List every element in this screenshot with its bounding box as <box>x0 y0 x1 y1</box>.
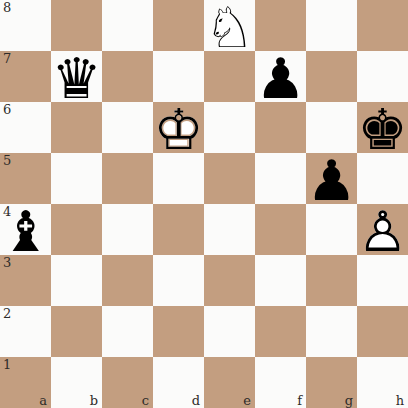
square-e1[interactable]: e <box>204 357 255 408</box>
square-h1[interactable]: h <box>357 357 408 408</box>
square-d8[interactable] <box>153 0 204 51</box>
piece-white-pawn[interactable]: ♟♙ <box>357 204 408 255</box>
square-g3[interactable] <box>306 255 357 306</box>
square-g7[interactable] <box>306 51 357 102</box>
square-d7[interactable] <box>153 51 204 102</box>
square-g4[interactable] <box>306 204 357 255</box>
square-b3[interactable] <box>51 255 102 306</box>
square-a5[interactable]: 5 <box>0 153 51 204</box>
file-label-f: f <box>297 393 302 408</box>
file-label-b: b <box>90 393 98 408</box>
square-f8[interactable] <box>255 0 306 51</box>
black-queen-icon: ♛ <box>51 51 101 107</box>
square-e6[interactable] <box>204 102 255 153</box>
rank-label-2: 2 <box>3 306 11 322</box>
white-king-icon: ♔ <box>153 102 203 158</box>
square-g2[interactable] <box>306 306 357 357</box>
square-f1[interactable]: f <box>255 357 306 408</box>
square-h7[interactable] <box>357 51 408 102</box>
square-b8[interactable] <box>51 0 102 51</box>
square-c3[interactable] <box>102 255 153 306</box>
square-g1[interactable]: g <box>306 357 357 408</box>
chess-board: 8♞♘7♛♟6♚♔♚5♟4♝♟♙321abcdefgh <box>0 0 408 408</box>
square-e8[interactable]: ♞♘ <box>204 0 255 51</box>
rank-label-8: 8 <box>3 0 11 16</box>
square-e5[interactable] <box>204 153 255 204</box>
square-e2[interactable] <box>204 306 255 357</box>
square-h5[interactable] <box>357 153 408 204</box>
piece-black-pawn[interactable]: ♟ <box>255 51 306 102</box>
white-knight-icon: ♘ <box>204 0 254 56</box>
square-h4[interactable]: ♟♙ <box>357 204 408 255</box>
square-a8[interactable]: 8 <box>0 0 51 51</box>
square-b1[interactable]: b <box>51 357 102 408</box>
file-label-c: c <box>142 393 149 408</box>
black-bishop-icon: ♝ <box>0 204 50 260</box>
piece-white-king[interactable]: ♚♔ <box>153 102 204 153</box>
square-c5[interactable] <box>102 153 153 204</box>
square-f6[interactable] <box>255 102 306 153</box>
rank-label-7: 7 <box>3 51 11 67</box>
square-d3[interactable] <box>153 255 204 306</box>
file-label-e: e <box>243 393 251 408</box>
square-b2[interactable] <box>51 306 102 357</box>
square-a1[interactable]: 1a <box>0 357 51 408</box>
square-f2[interactable] <box>255 306 306 357</box>
black-pawn-icon: ♟ <box>255 51 305 107</box>
square-h8[interactable] <box>357 0 408 51</box>
rank-label-1: 1 <box>3 357 11 373</box>
white-pawn-icon: ♙ <box>357 204 407 260</box>
square-d4[interactable] <box>153 204 204 255</box>
square-b5[interactable] <box>51 153 102 204</box>
square-h2[interactable] <box>357 306 408 357</box>
piece-black-queen[interactable]: ♛ <box>51 51 102 102</box>
square-h3[interactable] <box>357 255 408 306</box>
rank-label-3: 3 <box>3 255 11 271</box>
chess-board-container: 8♞♘7♛♟6♚♔♚5♟4♝♟♙321abcdefgh <box>0 0 408 408</box>
file-label-h: h <box>396 393 404 408</box>
square-d2[interactable] <box>153 306 204 357</box>
square-a4[interactable]: 4♝ <box>0 204 51 255</box>
square-c6[interactable] <box>102 102 153 153</box>
square-a6[interactable]: 6 <box>0 102 51 153</box>
file-label-a: a <box>39 393 47 408</box>
square-e3[interactable] <box>204 255 255 306</box>
square-f4[interactable] <box>255 204 306 255</box>
square-d1[interactable]: d <box>153 357 204 408</box>
square-c1[interactable]: c <box>102 357 153 408</box>
square-g6[interactable] <box>306 102 357 153</box>
rank-label-5: 5 <box>3 153 11 169</box>
piece-black-bishop[interactable]: ♝ <box>0 204 51 255</box>
square-e7[interactable] <box>204 51 255 102</box>
square-b7[interactable]: ♛ <box>51 51 102 102</box>
square-a2[interactable]: 2 <box>0 306 51 357</box>
square-h6[interactable]: ♚ <box>357 102 408 153</box>
square-f3[interactable] <box>255 255 306 306</box>
square-f5[interactable] <box>255 153 306 204</box>
piece-black-king[interactable]: ♚ <box>357 102 408 153</box>
square-a7[interactable]: 7 <box>0 51 51 102</box>
square-a3[interactable]: 3 <box>0 255 51 306</box>
square-c7[interactable] <box>102 51 153 102</box>
black-pawn-icon: ♟ <box>306 153 356 209</box>
square-d6[interactable]: ♚♔ <box>153 102 204 153</box>
square-b6[interactable] <box>51 102 102 153</box>
square-c4[interactable] <box>102 204 153 255</box>
file-label-g: g <box>345 393 353 408</box>
black-king-icon: ♚ <box>357 102 407 158</box>
square-c2[interactable] <box>102 306 153 357</box>
square-g5[interactable]: ♟ <box>306 153 357 204</box>
file-label-d: d <box>192 393 200 408</box>
piece-white-knight[interactable]: ♞♘ <box>204 0 255 51</box>
square-e4[interactable] <box>204 204 255 255</box>
square-d5[interactable] <box>153 153 204 204</box>
square-f7[interactable]: ♟ <box>255 51 306 102</box>
square-b4[interactable] <box>51 204 102 255</box>
rank-label-6: 6 <box>3 102 11 118</box>
square-c8[interactable] <box>102 0 153 51</box>
piece-black-pawn[interactable]: ♟ <box>306 153 357 204</box>
square-g8[interactable] <box>306 0 357 51</box>
